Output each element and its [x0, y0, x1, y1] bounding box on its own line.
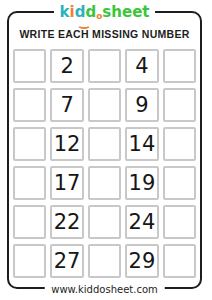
- given-number-cell: 27: [50, 244, 83, 278]
- logo-letter-d2: d: [85, 3, 96, 21]
- logo-ddo-group: ddo: [75, 2, 103, 26]
- given-number-cell: 17: [50, 166, 83, 200]
- answer-box[interactable]: [88, 205, 121, 239]
- given-number-cell: 9: [125, 88, 158, 122]
- worksheet-page: kiddosheet WRITE EACH MISSING NUMBER 247…: [0, 0, 212, 300]
- answer-box[interactable]: [13, 205, 46, 239]
- answer-box[interactable]: [13, 88, 46, 122]
- answer-box[interactable]: [163, 166, 196, 200]
- answer-box[interactable]: [13, 49, 46, 83]
- answer-box[interactable]: [88, 88, 121, 122]
- answer-box[interactable]: [163, 127, 196, 161]
- worksheet-title: WRITE EACH MISSING NUMBER: [9, 28, 200, 40]
- answer-box[interactable]: [88, 49, 121, 83]
- given-number-cell: 4: [125, 49, 158, 83]
- answer-box[interactable]: [163, 205, 196, 239]
- given-number-cell: 19: [125, 166, 158, 200]
- given-number-cell: 22: [50, 205, 83, 239]
- logo-letter-o: o: [96, 11, 102, 21]
- worksheet-frame: kiddosheet WRITE EACH MISSING NUMBER 247…: [7, 11, 202, 289]
- answer-box[interactable]: [163, 244, 196, 278]
- answer-box[interactable]: [88, 127, 121, 161]
- logo-word-sheet: sheet: [102, 3, 149, 21]
- given-number-cell: 24: [125, 205, 158, 239]
- answer-box[interactable]: [88, 166, 121, 200]
- logo-letter-k: k: [60, 3, 70, 21]
- given-number-cell: 2: [50, 49, 83, 83]
- answer-box[interactable]: [13, 127, 46, 161]
- answer-box[interactable]: [13, 244, 46, 278]
- given-number-cell: 14: [125, 127, 158, 161]
- answer-box[interactable]: [13, 166, 46, 200]
- answer-box[interactable]: [163, 88, 196, 122]
- given-number-cell: 12: [50, 127, 83, 161]
- number-grid: 24791214171922242729: [13, 49, 196, 278]
- given-number-cell: 29: [125, 244, 158, 278]
- footer-url: www.kiddosheet.com: [44, 284, 165, 295]
- logo-letter-d1: d: [75, 3, 86, 21]
- kiddosheet-logo: kiddosheet: [54, 2, 156, 26]
- answer-box[interactable]: [88, 244, 121, 278]
- answer-box[interactable]: [163, 49, 196, 83]
- given-number-cell: 7: [50, 88, 83, 122]
